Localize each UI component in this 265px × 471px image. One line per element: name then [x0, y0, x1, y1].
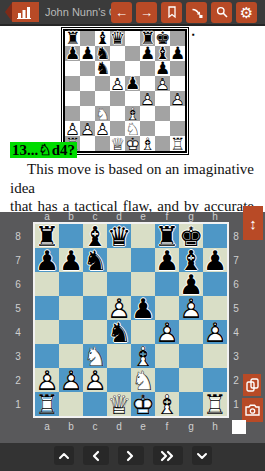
- square-c2[interactable]: ♟♙: [83, 368, 107, 392]
- file-label-e: e: [131, 422, 155, 432]
- bookmark-button[interactable]: [161, 2, 182, 23]
- diagram-board: ♜♝♛♜♚♟♟♞♟♝♟♞♟♟♙♟♟♙♟♙♟♙♞♘♝♗♟♙♟♙♟♙♞♘♜♖♛♕♚♔…: [63, 29, 187, 153]
- highlighted-move: 13...♘d4?: [10, 142, 77, 158]
- rank-label-1: 1: [229, 392, 243, 416]
- square-f7: ♟: [140, 46, 155, 61]
- white-pawn: ♟♙: [203, 320, 227, 344]
- bookmark-icon: [165, 5, 179, 19]
- square-c6: ♞: [95, 61, 110, 76]
- square-d1: ♛♕: [110, 136, 125, 151]
- white-rook: ♜♖: [203, 392, 227, 416]
- white-queen: ♛♕: [107, 392, 131, 416]
- file-label-f: f: [155, 422, 179, 432]
- square-b5: [80, 76, 95, 91]
- forward-icon: →: [140, 6, 153, 19]
- library-icon: [11, 6, 33, 19]
- search-icon: [215, 5, 229, 19]
- document-page: ♜♝♛♜♚♟♟♞♟♝♟♞♟♟♙♟♟♙♟♙♟♙♞♘♝♗♟♙♟♙♟♙♞♘♜♖♛♕♚♔…: [0, 26, 265, 212]
- rank-label-3: 3: [229, 344, 243, 368]
- previous-move-button[interactable]: [83, 446, 109, 465]
- file-label-b: b: [59, 422, 83, 432]
- square-g3[interactable]: [179, 344, 203, 368]
- file-label-h: h: [203, 212, 227, 222]
- square-e7: [125, 46, 140, 61]
- next-move-button[interactable]: [118, 446, 144, 465]
- expand-panel-button[interactable]: [192, 446, 212, 465]
- square-d5: ♟♙: [110, 76, 125, 91]
- square-f4: ♟♙: [140, 91, 155, 106]
- square-f6[interactable]: [155, 272, 179, 296]
- file-label-g: g: [179, 422, 203, 432]
- square-b1[interactable]: [59, 392, 83, 416]
- square-a5: [65, 76, 80, 91]
- square-g3: [155, 106, 170, 121]
- diagram-bullet: ▪: [192, 31, 195, 39]
- square-h1[interactable]: ♜♖: [203, 392, 227, 416]
- square-d1[interactable]: ♛♕: [107, 392, 131, 416]
- black-pawn: ♟: [35, 248, 59, 272]
- square-a7: ♟: [65, 46, 80, 61]
- chevron-up-icon: [58, 452, 70, 460]
- fast-forward-button[interactable]: [153, 446, 183, 465]
- square-e5[interactable]: ♟: [131, 296, 155, 320]
- black-queen: ♛: [110, 31, 125, 46]
- file-label-a: a: [35, 422, 59, 432]
- square-h7[interactable]: ♟: [203, 248, 227, 272]
- rank-label-5: 5: [11, 296, 25, 320]
- square-f3[interactable]: [155, 344, 179, 368]
- square-b2[interactable]: ♟♙: [59, 368, 83, 392]
- main-chessboard[interactable]: ♜♝♛♜♚♟♟♞♟♝♟♟♟♙♟♟♙♞♟♙♟♙♞♘♝♗♟♙♟♙♟♙♞♘♜♖♛♕♚♔…: [33, 222, 229, 418]
- text-chess-diagram[interactable]: ♜♝♛♜♚♟♟♞♟♝♟♞♟♟♙♟♟♙♟♙♟♙♞♘♝♗♟♙♟♙♟♙♞♘♜♖♛♕♚♔…: [63, 29, 187, 153]
- rank-label-7: 7: [11, 248, 25, 272]
- rank-label-8: 8: [229, 224, 243, 248]
- white-rook: ♜♖: [170, 136, 185, 151]
- square-d7: [110, 46, 125, 61]
- jump-to-move-icon: [190, 5, 204, 19]
- rank-label-6: 6: [229, 272, 243, 296]
- square-d4: [110, 91, 125, 106]
- square-b1: [80, 136, 95, 151]
- move-annotation[interactable]: 13...♘d4?: [10, 141, 77, 159]
- square-c5: [95, 76, 110, 91]
- commentary-paragraph: This move is based on an imaginative ide…: [10, 160, 254, 212]
- toolbar-buttons: ← →: [111, 2, 265, 23]
- flip-board-button[interactable]: ↕: [243, 206, 263, 240]
- square-b2: ♟♙: [80, 121, 95, 136]
- white-king: ♚♔: [125, 136, 140, 151]
- square-e1[interactable]: ♚♔: [131, 392, 155, 416]
- square-g5: ♟♙: [155, 76, 170, 91]
- square-e8: [125, 31, 140, 46]
- square-g2[interactable]: [179, 368, 203, 392]
- rank-label-4: 4: [11, 320, 25, 344]
- file-label-d: d: [107, 422, 131, 432]
- book-title: John Nunn's Chess ·: [45, 6, 111, 18]
- paragraph-line: This move is based on an imaginative ide…: [10, 160, 254, 197]
- square-f4[interactable]: ♟♙: [155, 320, 179, 344]
- library-button[interactable]: [5, 2, 39, 22]
- black-pawn: ♟: [170, 46, 185, 61]
- square-a1[interactable]: ♜♖: [35, 392, 59, 416]
- file-labels-bottom: abcdefgh: [35, 422, 227, 432]
- square-d7[interactable]: [107, 248, 131, 272]
- back-icon: ←: [115, 6, 128, 19]
- square-d8[interactable]: ♛: [107, 224, 131, 248]
- black-pawn: ♟: [65, 46, 80, 61]
- square-a6: [65, 61, 80, 76]
- square-d3[interactable]: [107, 344, 131, 368]
- black-pawn: ♟: [125, 76, 140, 91]
- rank-label-1: 1: [11, 392, 25, 416]
- square-g5[interactable]: ♟♙: [179, 296, 203, 320]
- back-button[interactable]: ←: [111, 2, 132, 23]
- copy-icon: [246, 378, 259, 393]
- white-pawn: ♟♙: [83, 368, 107, 392]
- square-h4[interactable]: ♟♙: [203, 320, 227, 344]
- square-h7: ♟: [170, 46, 185, 61]
- rank-label-4: 4: [229, 320, 243, 344]
- black-pawn: ♟: [155, 248, 179, 272]
- board-panel: abcdefgh 87654321 ♜♝♛♜♚♟♟♞♟♝♟♟♟♙♟♟♙♞♟♙♟♙…: [0, 212, 265, 443]
- white-pawn: ♟♙: [59, 368, 83, 392]
- jump-to-move-button[interactable]: [186, 2, 207, 23]
- square-b7: ♟: [80, 46, 95, 61]
- settings-button[interactable]: ⚙: [236, 2, 257, 23]
- square-d8: ♛: [110, 31, 125, 46]
- rank-label-6: 6: [11, 272, 25, 296]
- white-rook: ♜♖: [35, 392, 59, 416]
- white-pawn: ♟♙: [95, 121, 110, 136]
- paragraph-line: that has a tactical flaw, and by accurat…: [10, 197, 254, 212]
- square-g2: [155, 121, 170, 136]
- copy-button[interactable]: [243, 374, 261, 396]
- square-a4: [65, 91, 80, 106]
- app-screen: John Nunn's Chess · ← →: [0, 0, 265, 471]
- search-button[interactable]: [211, 2, 232, 23]
- square-b6: [80, 61, 95, 76]
- square-h3: [170, 106, 185, 121]
- rank-label-2: 2: [11, 368, 25, 392]
- flip-board-icon: ↕: [249, 215, 257, 232]
- square-c6[interactable]: [83, 272, 107, 296]
- white-pawn: ♟♙: [179, 296, 203, 320]
- square-d4[interactable]: ♞: [107, 320, 131, 344]
- chevron-double-right-icon: [160, 450, 175, 462]
- white-pawn: ♟♙: [170, 91, 185, 106]
- square-c2: ♟♙: [95, 121, 110, 136]
- white-king: ♚♔: [131, 392, 155, 416]
- white-bishop: ♝♗: [155, 392, 179, 416]
- square-h6[interactable]: [203, 272, 227, 296]
- square-f1[interactable]: ♝♗: [155, 392, 179, 416]
- square-d3: [110, 106, 125, 121]
- square-h1: ♜♖: [170, 136, 185, 151]
- chevron-down-icon: [196, 452, 208, 460]
- white-pawn: ♟♙: [155, 76, 170, 91]
- square-g1: [155, 136, 170, 151]
- rank-label-7: 7: [229, 248, 243, 272]
- square-c1: [95, 136, 110, 151]
- square-g4[interactable]: [179, 320, 203, 344]
- resize-handle[interactable]: [232, 420, 246, 434]
- black-knight: ♞: [95, 61, 110, 76]
- square-c7[interactable]: ♞: [83, 248, 107, 272]
- rank-label-5: 5: [229, 296, 243, 320]
- chevron-right-icon: [126, 450, 135, 462]
- collapse-panel-button[interactable]: [54, 446, 74, 465]
- square-a7[interactable]: ♟: [35, 248, 59, 272]
- square-h6: [170, 61, 185, 76]
- white-pawn: ♟♙: [140, 91, 155, 106]
- square-a4[interactable]: [35, 320, 59, 344]
- square-c5[interactable]: [83, 296, 107, 320]
- square-c1[interactable]: [83, 392, 107, 416]
- rank-label-3: 3: [11, 344, 25, 368]
- square-e8[interactable]: [131, 224, 155, 248]
- black-pawn: ♟: [203, 248, 227, 272]
- move-navigation-bar: [0, 443, 265, 471]
- square-g4: [155, 91, 170, 106]
- black-knight: ♞: [107, 320, 131, 344]
- file-label-h: h: [203, 422, 227, 432]
- white-pawn: ♟♙: [155, 320, 179, 344]
- rank-labels-right: 87654321: [229, 224, 243, 416]
- square-b4[interactable]: [59, 320, 83, 344]
- rank-label-8: 8: [11, 224, 25, 248]
- square-f1: ♝♗: [140, 136, 155, 151]
- square-g1[interactable]: [179, 392, 203, 416]
- square-a5[interactable]: [35, 296, 59, 320]
- square-e1: ♚♔: [125, 136, 140, 151]
- square-f7[interactable]: ♟: [155, 248, 179, 272]
- chevron-left-icon: [91, 450, 100, 462]
- square-h4: ♟♙: [170, 91, 185, 106]
- square-f3: [140, 106, 155, 121]
- snapshot-button[interactable]: [242, 398, 263, 422]
- settings-icon: ⚙: [240, 5, 253, 20]
- black-pawn: ♟: [80, 46, 95, 61]
- black-pawn: ♟: [140, 46, 155, 61]
- file-label-e: e: [131, 212, 155, 222]
- black-pawn: ♟: [131, 296, 155, 320]
- white-bishop: ♝♗: [140, 136, 155, 151]
- square-e5: ♟: [125, 76, 140, 91]
- square-a6[interactable]: [35, 272, 59, 296]
- square-b7[interactable]: ♟: [59, 248, 83, 272]
- square-b5[interactable]: [59, 296, 83, 320]
- black-pawn: ♟: [59, 248, 83, 272]
- camera-icon: [245, 404, 260, 416]
- top-toolbar: John Nunn's Chess · ← →: [0, 0, 265, 26]
- square-h3[interactable]: [203, 344, 227, 368]
- file-label-b: b: [59, 212, 83, 222]
- square-f6: [140, 61, 155, 76]
- black-queen: ♛: [107, 224, 131, 248]
- rank-labels-left: 87654321: [11, 224, 25, 416]
- square-b4: [80, 91, 95, 106]
- black-knight: ♞: [83, 248, 107, 272]
- white-queen: ♛♕: [110, 136, 125, 151]
- square-b6[interactable]: [59, 272, 83, 296]
- rank-label-2: 2: [229, 368, 243, 392]
- white-pawn: ♟♙: [110, 76, 125, 91]
- white-pawn: ♟♙: [80, 121, 95, 136]
- file-label-c: c: [83, 422, 107, 432]
- square-e7[interactable]: [131, 248, 155, 272]
- forward-button[interactable]: →: [136, 2, 157, 23]
